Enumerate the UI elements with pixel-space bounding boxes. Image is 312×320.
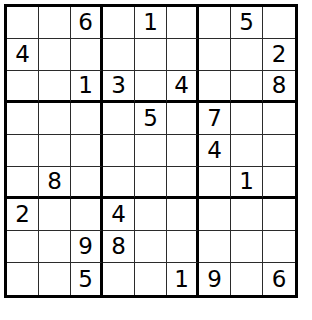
cell-r9c2[interactable] bbox=[39, 263, 71, 295]
cell-r3c6[interactable]: 4 bbox=[167, 71, 199, 103]
cell-r9c3[interactable]: 5 bbox=[71, 263, 103, 295]
cell-r3c7[interactable] bbox=[199, 71, 231, 103]
cell-r9c1[interactable] bbox=[7, 263, 39, 295]
cell-r5c6[interactable] bbox=[167, 135, 199, 167]
cell-r9c8[interactable] bbox=[231, 263, 263, 295]
cell-r6c8[interactable]: 1 bbox=[231, 167, 263, 199]
cell-r4c2[interactable] bbox=[39, 103, 71, 135]
cell-r8c4[interactable]: 8 bbox=[103, 231, 135, 263]
cell-r6c6[interactable] bbox=[167, 167, 199, 199]
cell-r9c5[interactable] bbox=[135, 263, 167, 295]
cell-r7c5[interactable] bbox=[135, 199, 167, 231]
cell-r7c6[interactable] bbox=[167, 199, 199, 231]
cell-r3c5[interactable] bbox=[135, 71, 167, 103]
cell-r4c7[interactable]: 7 bbox=[199, 103, 231, 135]
cell-r4c9[interactable] bbox=[263, 103, 295, 135]
cell-r5c5[interactable] bbox=[135, 135, 167, 167]
cell-r3c4[interactable]: 3 bbox=[103, 71, 135, 103]
cell-r1c7[interactable] bbox=[199, 7, 231, 39]
cell-r2c4[interactable] bbox=[103, 39, 135, 71]
cell-r1c4[interactable] bbox=[103, 7, 135, 39]
cell-r8c5[interactable] bbox=[135, 231, 167, 263]
cell-r8c6[interactable] bbox=[167, 231, 199, 263]
sudoku-board-container: 6154213485748124985196 bbox=[4, 4, 298, 298]
cell-r4c1[interactable] bbox=[7, 103, 39, 135]
cell-r1c9[interactable] bbox=[263, 7, 295, 39]
cell-r8c2[interactable] bbox=[39, 231, 71, 263]
cell-r3c2[interactable] bbox=[39, 71, 71, 103]
cell-r6c4[interactable] bbox=[103, 167, 135, 199]
cell-r3c1[interactable] bbox=[7, 71, 39, 103]
cell-r7c4[interactable]: 4 bbox=[103, 199, 135, 231]
cell-r5c3[interactable] bbox=[71, 135, 103, 167]
cell-r6c7[interactable] bbox=[199, 167, 231, 199]
cell-r6c1[interactable] bbox=[7, 167, 39, 199]
cell-r5c8[interactable] bbox=[231, 135, 263, 167]
cell-r7c3[interactable] bbox=[71, 199, 103, 231]
cell-r7c7[interactable] bbox=[199, 199, 231, 231]
cell-r2c7[interactable] bbox=[199, 39, 231, 71]
cell-r5c4[interactable] bbox=[103, 135, 135, 167]
cell-r3c3[interactable]: 1 bbox=[71, 71, 103, 103]
cell-r9c4[interactable] bbox=[103, 263, 135, 295]
cell-r1c8[interactable]: 5 bbox=[231, 7, 263, 39]
cell-r2c1[interactable]: 4 bbox=[7, 39, 39, 71]
cell-r6c3[interactable] bbox=[71, 167, 103, 199]
cell-r1c3[interactable]: 6 bbox=[71, 7, 103, 39]
cell-r2c6[interactable] bbox=[167, 39, 199, 71]
cell-r2c9[interactable]: 2 bbox=[263, 39, 295, 71]
cell-r8c8[interactable] bbox=[231, 231, 263, 263]
cell-r1c1[interactable] bbox=[7, 7, 39, 39]
cell-r4c5[interactable]: 5 bbox=[135, 103, 167, 135]
cell-r4c3[interactable] bbox=[71, 103, 103, 135]
cell-r7c9[interactable] bbox=[263, 199, 295, 231]
cell-r3c8[interactable] bbox=[231, 71, 263, 103]
cell-r7c8[interactable] bbox=[231, 199, 263, 231]
cell-r5c2[interactable] bbox=[39, 135, 71, 167]
cell-r7c2[interactable] bbox=[39, 199, 71, 231]
cell-r7c1[interactable]: 2 bbox=[7, 199, 39, 231]
cell-r5c7[interactable]: 4 bbox=[199, 135, 231, 167]
cell-r5c9[interactable] bbox=[263, 135, 295, 167]
cell-r2c2[interactable] bbox=[39, 39, 71, 71]
cell-r1c6[interactable] bbox=[167, 7, 199, 39]
cell-r1c5[interactable]: 1 bbox=[135, 7, 167, 39]
cell-r8c1[interactable] bbox=[7, 231, 39, 263]
cell-r8c9[interactable] bbox=[263, 231, 295, 263]
cell-r2c5[interactable] bbox=[135, 39, 167, 71]
cell-r4c8[interactable] bbox=[231, 103, 263, 135]
cell-r8c7[interactable] bbox=[199, 231, 231, 263]
cell-r2c8[interactable] bbox=[231, 39, 263, 71]
cell-r9c6[interactable]: 1 bbox=[167, 263, 199, 295]
sudoku-board: 6154213485748124985196 bbox=[4, 4, 298, 298]
cell-r4c6[interactable] bbox=[167, 103, 199, 135]
cell-r5c1[interactable] bbox=[7, 135, 39, 167]
cell-r1c2[interactable] bbox=[39, 7, 71, 39]
cell-r9c9[interactable]: 6 bbox=[263, 263, 295, 295]
cell-r9c7[interactable]: 9 bbox=[199, 263, 231, 295]
cell-r6c5[interactable] bbox=[135, 167, 167, 199]
cell-r2c3[interactable] bbox=[71, 39, 103, 71]
cell-r4c4[interactable] bbox=[103, 103, 135, 135]
cell-r6c9[interactable] bbox=[263, 167, 295, 199]
cell-r3c9[interactable]: 8 bbox=[263, 71, 295, 103]
cell-r6c2[interactable]: 8 bbox=[39, 167, 71, 199]
cell-r8c3[interactable]: 9 bbox=[71, 231, 103, 263]
